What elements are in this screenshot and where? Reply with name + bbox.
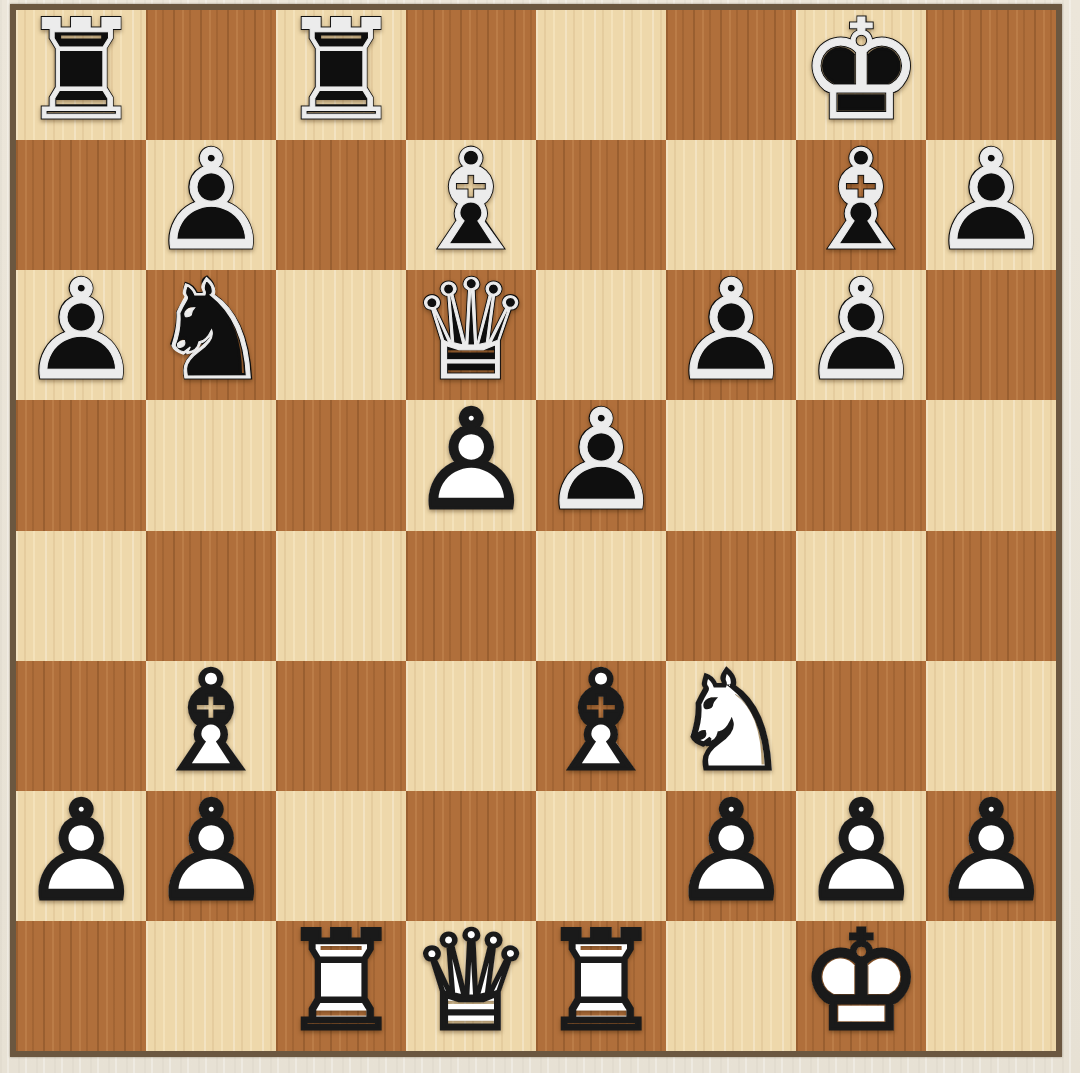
white-knight-outline-glyph: ♘ (669, 661, 793, 791)
white-bishop[interactable]: ♝♗ (146, 661, 276, 791)
white-bishop-outline-glyph: ♗ (539, 661, 663, 791)
square-f6[interactable]: ♟♙ (666, 270, 796, 400)
black-king-outline-glyph: ♔ (799, 10, 923, 140)
white-knight[interactable]: ♞♘ (666, 661, 796, 791)
white-pawn-outline-glyph: ♙ (929, 791, 1053, 921)
square-e8[interactable] (536, 10, 666, 140)
white-rook-outline-glyph: ♖ (539, 921, 663, 1051)
white-king-outline-glyph: ♔ (799, 921, 923, 1051)
black-pawn-outline-glyph: ♙ (669, 270, 793, 400)
black-bishop-outline-glyph: ♗ (799, 140, 923, 270)
square-d5[interactable]: ♟♙ (406, 400, 536, 530)
black-bishop[interactable]: ♝♗ (406, 140, 536, 270)
board-frame: ♜♖♜♖♚♔♟♙♝♗♝♗♟♙♟♙♞♘♛♕♟♙♟♙♟♙♟♙♝♗♝♗♞♘♟♙♟♙♟♙… (10, 4, 1062, 1057)
black-knight-outline-glyph: ♘ (149, 270, 273, 400)
square-h5[interactable] (926, 400, 1056, 530)
square-f4[interactable] (666, 531, 796, 661)
black-pawn-outline-glyph: ♙ (19, 270, 143, 400)
black-rook-outline-glyph: ♖ (279, 10, 403, 140)
black-king[interactable]: ♚♔ (796, 10, 926, 140)
square-d1[interactable]: ♛♕ (406, 921, 536, 1051)
square-c8[interactable]: ♜♖ (276, 10, 406, 140)
square-h1[interactable] (926, 921, 1056, 1051)
square-d8[interactable] (406, 10, 536, 140)
square-e7[interactable] (536, 140, 666, 270)
square-a5[interactable] (16, 400, 146, 530)
black-pawn[interactable]: ♟♙ (536, 400, 666, 530)
square-f3[interactable]: ♞♘ (666, 661, 796, 791)
page-background: ♜♖♜♖♚♔♟♙♝♗♝♗♟♙♟♙♞♘♛♕♟♙♟♙♟♙♟♙♝♗♝♗♞♘♟♙♟♙♟♙… (0, 0, 1080, 1073)
black-pawn-outline-glyph: ♙ (539, 400, 663, 530)
square-a7[interactable] (16, 140, 146, 270)
square-b2[interactable]: ♟♙ (146, 791, 276, 921)
black-pawn[interactable]: ♟♙ (796, 270, 926, 400)
white-pawn-outline-glyph: ♙ (669, 791, 793, 921)
square-g6[interactable]: ♟♙ (796, 270, 926, 400)
square-e2[interactable] (536, 791, 666, 921)
black-pawn[interactable]: ♟♙ (146, 140, 276, 270)
square-f7[interactable] (666, 140, 796, 270)
square-c4[interactable] (276, 531, 406, 661)
white-queen[interactable]: ♛♕ (406, 921, 536, 1051)
square-h3[interactable] (926, 661, 1056, 791)
square-g7[interactable]: ♝♗ (796, 140, 926, 270)
square-h7[interactable]: ♟♙ (926, 140, 1056, 270)
square-g5[interactable] (796, 400, 926, 530)
square-c2[interactable] (276, 791, 406, 921)
square-c5[interactable] (276, 400, 406, 530)
white-pawn[interactable]: ♟♙ (146, 791, 276, 921)
white-pawn-outline-glyph: ♙ (149, 791, 273, 921)
white-pawn-outline-glyph: ♙ (19, 791, 143, 921)
white-queen-outline-glyph: ♕ (409, 921, 533, 1051)
square-c7[interactable] (276, 140, 406, 270)
white-pawn[interactable]: ♟♙ (926, 791, 1056, 921)
square-b3[interactable]: ♝♗ (146, 661, 276, 791)
square-e4[interactable] (536, 531, 666, 661)
white-rook-outline-glyph: ♖ (279, 921, 403, 1051)
white-pawn-outline-glyph: ♙ (799, 791, 923, 921)
black-pawn[interactable]: ♟♙ (666, 270, 796, 400)
square-b4[interactable] (146, 531, 276, 661)
white-pawn[interactable]: ♟♙ (796, 791, 926, 921)
square-d3[interactable] (406, 661, 536, 791)
square-g1[interactable]: ♚♔ (796, 921, 926, 1051)
square-f5[interactable] (666, 400, 796, 530)
square-g3[interactable] (796, 661, 926, 791)
square-c3[interactable] (276, 661, 406, 791)
square-e3[interactable]: ♝♗ (536, 661, 666, 791)
square-a6[interactable]: ♟♙ (16, 270, 146, 400)
square-a1[interactable] (16, 921, 146, 1051)
square-e6[interactable] (536, 270, 666, 400)
square-h2[interactable]: ♟♙ (926, 791, 1056, 921)
white-pawn[interactable]: ♟♙ (16, 791, 146, 921)
black-bishop[interactable]: ♝♗ (796, 140, 926, 270)
square-b8[interactable] (146, 10, 276, 140)
black-queen[interactable]: ♛♕ (406, 270, 536, 400)
square-d7[interactable]: ♝♗ (406, 140, 536, 270)
black-pawn[interactable]: ♟♙ (926, 140, 1056, 270)
square-b6[interactable]: ♞♘ (146, 270, 276, 400)
white-king[interactable]: ♚♔ (796, 921, 926, 1051)
white-rook[interactable]: ♜♖ (536, 921, 666, 1051)
chess-board: ♜♖♜♖♚♔♟♙♝♗♝♗♟♙♟♙♞♘♛♕♟♙♟♙♟♙♟♙♝♗♝♗♞♘♟♙♟♙♟♙… (16, 10, 1056, 1051)
square-b5[interactable] (146, 400, 276, 530)
white-pawn[interactable]: ♟♙ (406, 400, 536, 530)
square-f2[interactable]: ♟♙ (666, 791, 796, 921)
square-a3[interactable] (16, 661, 146, 791)
square-b7[interactable]: ♟♙ (146, 140, 276, 270)
square-h6[interactable] (926, 270, 1056, 400)
square-d4[interactable] (406, 531, 536, 661)
square-c1[interactable]: ♜♖ (276, 921, 406, 1051)
black-knight[interactable]: ♞♘ (146, 270, 276, 400)
black-pawn[interactable]: ♟♙ (16, 270, 146, 400)
square-h4[interactable] (926, 531, 1056, 661)
square-h8[interactable] (926, 10, 1056, 140)
black-rook[interactable]: ♜♖ (16, 10, 146, 140)
white-pawn-outline-glyph: ♙ (409, 400, 533, 530)
square-g2[interactable]: ♟♙ (796, 791, 926, 921)
black-rook[interactable]: ♜♖ (276, 10, 406, 140)
square-d2[interactable] (406, 791, 536, 921)
black-bishop-outline-glyph: ♗ (409, 140, 533, 270)
white-bishop-outline-glyph: ♗ (149, 661, 273, 791)
white-rook[interactable]: ♜♖ (276, 921, 406, 1051)
square-d6[interactable]: ♛♕ (406, 270, 536, 400)
square-e1[interactable]: ♜♖ (536, 921, 666, 1051)
square-f8[interactable] (666, 10, 796, 140)
square-c6[interactable] (276, 270, 406, 400)
square-f1[interactable] (666, 921, 796, 1051)
white-pawn[interactable]: ♟♙ (666, 791, 796, 921)
black-rook-outline-glyph: ♖ (19, 10, 143, 140)
black-queen-outline-glyph: ♕ (409, 270, 533, 400)
square-a8[interactable]: ♜♖ (16, 10, 146, 140)
square-g8[interactable]: ♚♔ (796, 10, 926, 140)
square-a2[interactable]: ♟♙ (16, 791, 146, 921)
white-bishop[interactable]: ♝♗ (536, 661, 666, 791)
square-g4[interactable] (796, 531, 926, 661)
black-pawn-outline-glyph: ♙ (929, 140, 1053, 270)
square-a4[interactable] (16, 531, 146, 661)
square-b1[interactable] (146, 921, 276, 1051)
black-pawn-outline-glyph: ♙ (149, 140, 273, 270)
black-pawn-outline-glyph: ♙ (799, 270, 923, 400)
square-e5[interactable]: ♟♙ (536, 400, 666, 530)
